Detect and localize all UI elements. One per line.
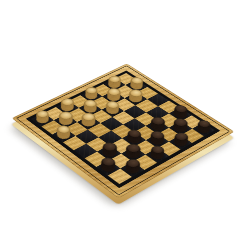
photo-canvas — [0, 0, 250, 250]
board-projection — [39, 41, 206, 208]
board-field — [31, 73, 215, 184]
board-square[interactable] — [101, 104, 124, 117]
checker-light[interactable] — [104, 105, 122, 115]
checker-light[interactable] — [34, 114, 52, 125]
checker-light[interactable] — [55, 129, 73, 140]
board-perspective-wrapper — [0, 0, 250, 250]
